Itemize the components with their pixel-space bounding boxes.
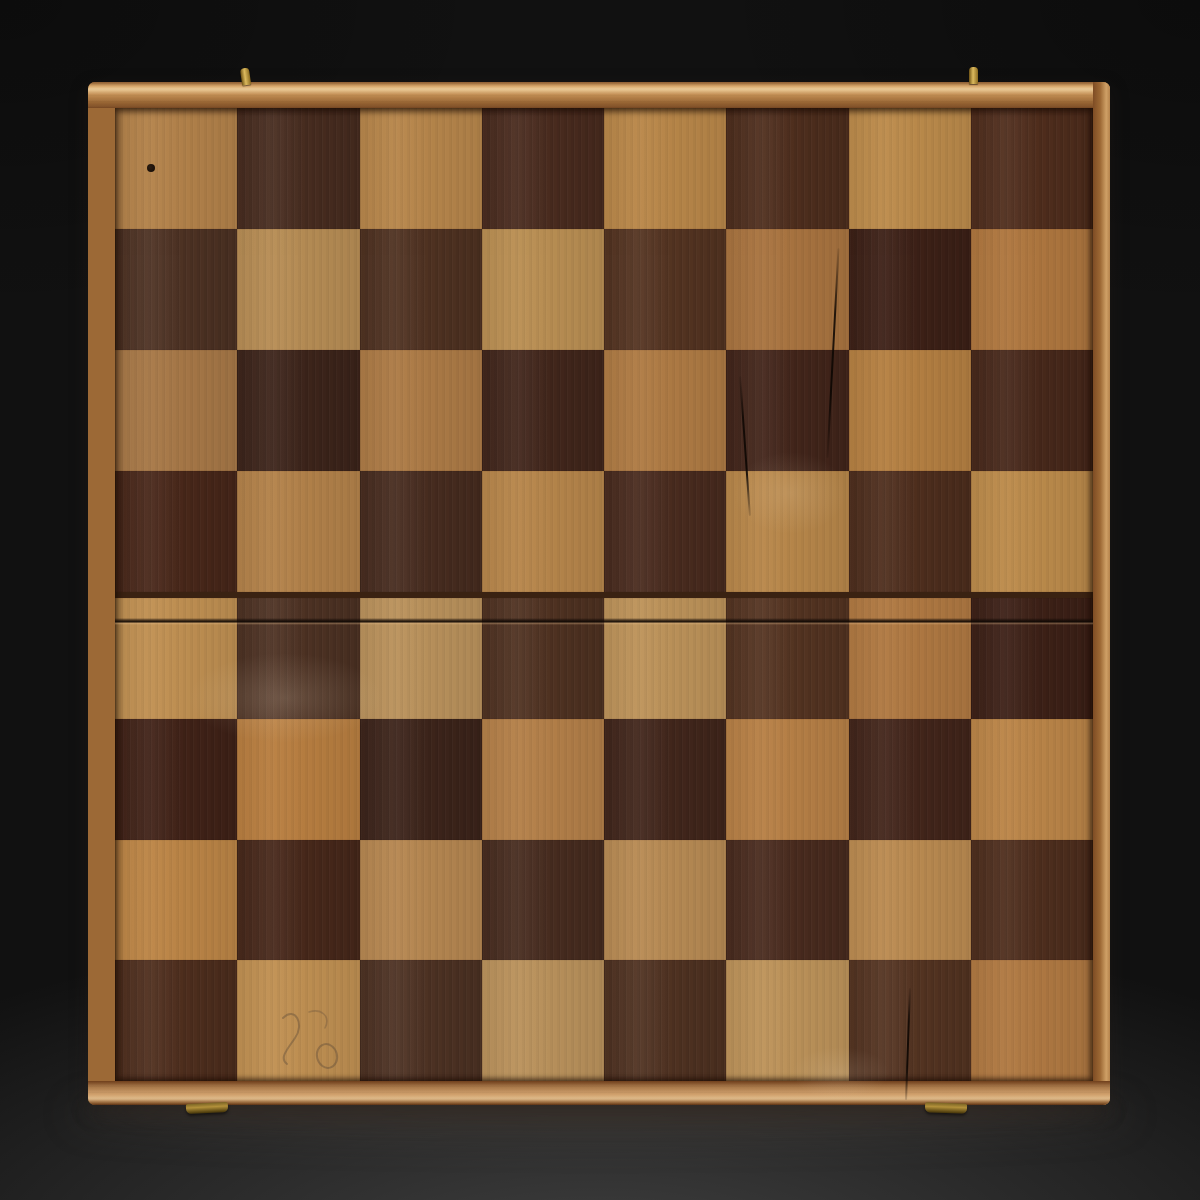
- square-g7[interactable]: [849, 229, 971, 350]
- game-board: [88, 82, 1110, 1105]
- square-h8[interactable]: [971, 108, 1093, 229]
- square-d2[interactable]: [482, 840, 604, 961]
- square-g6[interactable]: [849, 350, 971, 471]
- square-a2[interactable]: [115, 840, 237, 961]
- square-e3[interactable]: [604, 719, 726, 840]
- square-a6[interactable]: [115, 350, 237, 471]
- square-h4[interactable]: [971, 598, 1093, 719]
- square-b8[interactable]: [237, 108, 359, 229]
- square-h3[interactable]: [971, 719, 1093, 840]
- square-f3[interactable]: [726, 719, 848, 840]
- square-e1[interactable]: [604, 960, 726, 1081]
- square-d4[interactable]: [482, 598, 604, 719]
- square-c7[interactable]: [360, 229, 482, 350]
- square-f2[interactable]: [726, 840, 848, 961]
- square-f4[interactable]: [726, 598, 848, 719]
- square-b4[interactable]: [237, 598, 359, 719]
- square-h1[interactable]: [971, 960, 1093, 1081]
- square-d7[interactable]: [482, 229, 604, 350]
- square-g3[interactable]: [849, 719, 971, 840]
- square-c8[interactable]: [360, 108, 482, 229]
- square-g8[interactable]: [849, 108, 971, 229]
- square-g5[interactable]: [849, 471, 971, 592]
- square-f1[interactable]: [726, 960, 848, 1081]
- board-frame-left: [88, 82, 115, 1105]
- square-d8[interactable]: [482, 108, 604, 229]
- square-d3[interactable]: [482, 719, 604, 840]
- hinge-pin-left: [240, 67, 251, 85]
- pencil-scribble: [265, 998, 385, 1088]
- square-e5[interactable]: [604, 471, 726, 592]
- square-d6[interactable]: [482, 350, 604, 471]
- square-c3[interactable]: [360, 719, 482, 840]
- square-e2[interactable]: [604, 840, 726, 961]
- board-bottom-half: [115, 598, 1093, 1081]
- square-h7[interactable]: [971, 229, 1093, 350]
- square-f8[interactable]: [726, 108, 848, 229]
- hinge-pin-right: [969, 67, 978, 84]
- square-h2[interactable]: [971, 840, 1093, 961]
- square-a8[interactable]: [115, 108, 237, 229]
- square-b7[interactable]: [237, 229, 359, 350]
- square-f5[interactable]: [726, 471, 848, 592]
- square-b2[interactable]: [237, 840, 359, 961]
- frame-grain: [88, 82, 1110, 108]
- fold-seam: [115, 618, 1093, 625]
- square-d5[interactable]: [482, 471, 604, 592]
- backdrop: [0, 0, 1200, 1200]
- square-h5[interactable]: [971, 471, 1093, 592]
- square-g2[interactable]: [849, 840, 971, 961]
- square-e4[interactable]: [604, 598, 726, 719]
- square-f7[interactable]: [726, 229, 848, 350]
- square-g4[interactable]: [849, 598, 971, 719]
- square-a7[interactable]: [115, 229, 237, 350]
- square-h6[interactable]: [971, 350, 1093, 471]
- square-a5[interactable]: [115, 471, 237, 592]
- square-e8[interactable]: [604, 108, 726, 229]
- square-c2[interactable]: [360, 840, 482, 961]
- square-a1[interactable]: [115, 960, 237, 1081]
- square-a4[interactable]: [115, 598, 237, 719]
- square-e7[interactable]: [604, 229, 726, 350]
- frame-grain: [88, 1081, 1110, 1105]
- square-b5[interactable]: [237, 471, 359, 592]
- board-inlay: [115, 108, 1093, 1081]
- square-a3[interactable]: [115, 719, 237, 840]
- square-b3[interactable]: [237, 719, 359, 840]
- board-top-half: [115, 108, 1093, 592]
- square-c5[interactable]: [360, 471, 482, 592]
- board-frame-bottom: [88, 1081, 1110, 1105]
- square-e6[interactable]: [604, 350, 726, 471]
- board-frame-right: [1093, 82, 1110, 1105]
- nail-hole-mark: [147, 164, 155, 172]
- square-c6[interactable]: [360, 350, 482, 471]
- square-d1[interactable]: [482, 960, 604, 1081]
- square-b6[interactable]: [237, 350, 359, 471]
- board-frame-top: [88, 82, 1110, 108]
- square-c4[interactable]: [360, 598, 482, 719]
- brass-clasp-right: [925, 1102, 967, 1113]
